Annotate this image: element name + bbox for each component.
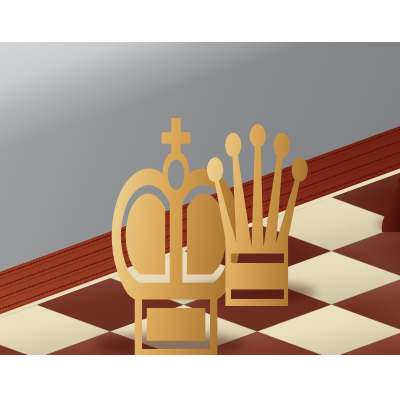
dark-piece-partial: ♟ [367, 166, 400, 244]
white-queen-piece: ♛ [183, 96, 332, 345]
product-photo: ♚ ♛ ♟ [0, 42, 400, 355]
